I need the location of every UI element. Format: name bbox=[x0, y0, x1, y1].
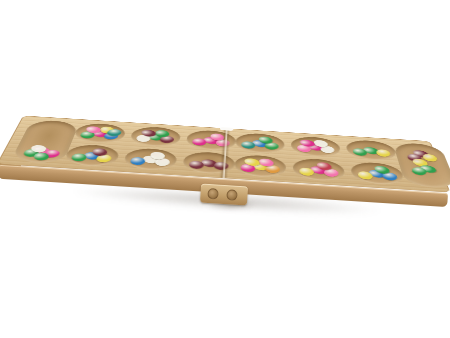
pit-bottom-1[interactable] bbox=[63, 144, 121, 168]
mancala-board bbox=[7, 82, 444, 229]
stone-green bbox=[70, 153, 88, 162]
stone-magenta bbox=[192, 138, 207, 146]
photo-stage bbox=[0, 0, 450, 338]
stone-blue bbox=[129, 157, 146, 166]
stone-maroon bbox=[212, 161, 231, 171]
stone-green bbox=[33, 152, 49, 161]
stone-yellow bbox=[375, 148, 392, 157]
pit-bottom-2[interactable] bbox=[122, 147, 178, 171]
hinge-block bbox=[200, 184, 248, 206]
pit-bottom-3[interactable] bbox=[182, 151, 235, 175]
pit-bottom-6[interactable] bbox=[349, 161, 406, 186]
pit-top-1[interactable] bbox=[72, 122, 127, 144]
pit-bottom-4[interactable] bbox=[234, 154, 286, 178]
hinge-dowel-left bbox=[207, 188, 219, 200]
fold-notch bbox=[220, 127, 233, 131]
board-left-half bbox=[63, 122, 236, 175]
pit-bottom-5[interactable] bbox=[292, 158, 346, 182]
hinge-dowel-right bbox=[226, 189, 238, 201]
board-right-half bbox=[234, 132, 406, 186]
board-top-surface bbox=[0, 116, 450, 193]
pit-top-3[interactable] bbox=[185, 129, 236, 151]
stone-teal bbox=[241, 141, 255, 149]
pit-top-5[interactable] bbox=[290, 136, 341, 158]
stone-maroon bbox=[189, 160, 205, 169]
pit-top-2[interactable] bbox=[129, 126, 182, 148]
pit-top-4[interactable] bbox=[235, 132, 285, 154]
pit-top-6[interactable] bbox=[345, 139, 399, 161]
